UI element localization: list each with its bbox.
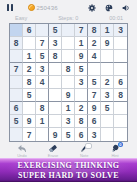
sudoku-cell-r1c1[interactable]	[10, 24, 23, 37]
sudoku-cell-r6c2[interactable]: 5	[23, 89, 36, 102]
sudoku-cell-r4c8[interactable]	[101, 63, 114, 76]
sudoku-cell-r9c2[interactable]: 7	[23, 128, 36, 141]
sudoku-cell-r5c2[interactable]: 8	[23, 76, 36, 89]
steps-label: Steps: 0	[58, 15, 78, 21]
sudoku-cell-r3c9[interactable]	[114, 50, 127, 63]
sudoku-cell-r5c8[interactable]: 2	[101, 76, 114, 89]
theme-palette-icon[interactable]	[105, 4, 113, 12]
sudoku-cell-r5c6[interactable]: 3	[75, 76, 88, 89]
sound-speaker-icon[interactable]	[122, 4, 130, 12]
sudoku-cell-r1c3[interactable]	[36, 24, 49, 37]
sudoku-cell-r1c7[interactable]: 8	[88, 24, 101, 37]
top-bar: 250436	[0, 0, 137, 13]
sudoku-grid: 6578138731291589472385843526597386812955…	[10, 24, 127, 141]
sudoku-cell-r3c5[interactable]	[62, 50, 75, 63]
sudoku-cell-r9c1[interactable]	[10, 128, 23, 141]
ad-text-line1: EXERCISING THINKING	[18, 161, 120, 171]
sudoku-cell-r9c8[interactable]	[101, 128, 114, 141]
sudoku-cell-r8c8[interactable]	[101, 115, 114, 128]
sudoku-cell-r4c2[interactable]: 2	[23, 63, 36, 76]
undo-button[interactable]: Undo	[17, 144, 27, 158]
sudoku-cell-r1c8[interactable]: 1	[101, 24, 114, 37]
sudoku-cell-r5c1[interactable]	[10, 76, 23, 89]
sudoku-cell-r8c5[interactable]: 3	[62, 115, 75, 128]
sudoku-cell-r2c3[interactable]: 7	[36, 37, 49, 50]
sudoku-cell-r7c8[interactable]: 5	[101, 102, 114, 115]
sudoku-cell-r5c7[interactable]: 5	[88, 76, 101, 89]
sudoku-cell-r7c9[interactable]	[114, 102, 127, 115]
sudoku-cell-r6c3[interactable]	[36, 89, 49, 102]
tools-bar: Undo Erase Note 0 Hint	[0, 142, 137, 159]
sudoku-cell-r7c5[interactable]: 1	[62, 102, 75, 115]
sudoku-cell-r8c4[interactable]	[49, 115, 62, 128]
sudoku-cell-r7c2[interactable]	[23, 102, 36, 115]
hint-badge: 0	[118, 142, 123, 147]
sudoku-cell-r9c3[interactable]	[36, 128, 49, 141]
sudoku-cell-r5c3[interactable]: 4	[36, 76, 49, 89]
ad-banner[interactable]: EXERCISING THINKING SUPER HARD TO SOLVE	[0, 158, 137, 182]
sudoku-cell-r6c4[interactable]	[49, 89, 62, 102]
sudoku-cell-r1c9[interactable]: 3	[114, 24, 127, 37]
sudoku-cell-r2c5[interactable]	[62, 37, 75, 50]
sudoku-cell-r4c3[interactable]: 3	[36, 63, 49, 76]
sudoku-cell-r1c6[interactable]: 7	[75, 24, 88, 37]
sudoku-cell-r5c9[interactable]: 6	[114, 76, 127, 89]
sudoku-cell-r9c7[interactable]: 3	[88, 128, 101, 141]
sudoku-cell-r4c6[interactable]: 5	[75, 63, 88, 76]
sudoku-cell-r4c5[interactable]: 8	[62, 63, 75, 76]
settings-gear-icon[interactable]	[88, 4, 96, 12]
sudoku-cell-r2c9[interactable]	[114, 37, 127, 50]
note-button[interactable]: Note	[79, 144, 89, 158]
sudoku-cell-r4c1[interactable]: 7	[10, 63, 23, 76]
sudoku-cell-r1c2[interactable]: 6	[23, 24, 36, 37]
ad-text-line2: SUPER HARD TO SOLVE	[18, 171, 119, 181]
sudoku-cell-r3c1[interactable]	[10, 50, 23, 63]
sudoku-cell-r4c4[interactable]	[49, 63, 62, 76]
sudoku-cell-r7c4[interactable]	[49, 102, 62, 115]
hint-button[interactable]: 0 Hint	[110, 144, 120, 158]
timer-label: 00:01	[109, 15, 123, 21]
sudoku-cell-r8c9[interactable]	[114, 115, 127, 128]
sudoku-cell-r6c8[interactable]: 3	[101, 89, 114, 102]
sudoku-cell-r9c5[interactable]: 5	[62, 128, 75, 141]
sudoku-cell-r3c6[interactable]: 9	[75, 50, 88, 63]
sudoku-cell-r7c7[interactable]: 9	[88, 102, 101, 115]
pause-button[interactable]	[7, 4, 13, 11]
sudoku-cell-r7c3[interactable]: 8	[36, 102, 49, 115]
sudoku-cell-r7c6[interactable]: 2	[75, 102, 88, 115]
sudoku-cell-r5c5[interactable]	[62, 76, 75, 89]
sudoku-cell-r3c8[interactable]	[101, 50, 114, 63]
sudoku-cell-r9c9[interactable]	[114, 128, 127, 141]
coin-counter[interactable]: 250436	[28, 4, 58, 11]
sudoku-cell-r6c7[interactable]: 7	[88, 89, 101, 102]
sudoku-cell-r1c4[interactable]: 5	[49, 24, 62, 37]
erase-button[interactable]: Erase	[48, 144, 58, 158]
difficulty-label: Easy	[15, 15, 27, 21]
sudoku-cell-r2c7[interactable]: 2	[88, 37, 101, 50]
sudoku-cell-r9c6[interactable]: 6	[75, 128, 88, 141]
coin-count: 250436	[37, 5, 58, 11]
sudoku-cell-r3c4[interactable]: 8	[49, 50, 62, 63]
sudoku-cell-r5c4[interactable]	[49, 76, 62, 89]
sudoku-cell-r9c4[interactable]: 9	[49, 128, 62, 141]
sudoku-cell-r8c2[interactable]: 9	[23, 115, 36, 128]
coin-icon	[28, 4, 35, 11]
sudoku-cell-r8c3[interactable]: 1	[36, 115, 49, 128]
sudoku-cell-r2c1[interactable]: 8	[10, 37, 23, 50]
info-bar: Easy Steps: 0 00:01	[0, 13, 137, 22]
sudoku-cell-r2c4[interactable]: 3	[49, 37, 62, 50]
sudoku-cell-r4c9[interactable]	[114, 63, 127, 76]
sudoku-cell-r6c9[interactable]: 8	[114, 89, 127, 102]
sudoku-cell-r8c7[interactable]: 6	[88, 115, 101, 128]
sudoku-board: 6578138731291589472385843526597386812955…	[9, 23, 128, 142]
sudoku-cell-r2c8[interactable]: 9	[101, 37, 114, 50]
sudoku-cell-r3c3[interactable]: 5	[36, 50, 49, 63]
sudoku-cell-r2c2[interactable]	[23, 37, 36, 50]
sudoku-cell-r8c1[interactable]: 5	[10, 115, 23, 128]
sudoku-cell-r6c6[interactable]	[75, 89, 88, 102]
sudoku-cell-r3c7[interactable]: 4	[88, 50, 101, 63]
sudoku-cell-r4c7[interactable]	[88, 63, 101, 76]
sudoku-cell-r7c1[interactable]: 6	[10, 102, 23, 115]
note-badge	[85, 143, 92, 149]
sudoku-cell-r6c5[interactable]: 9	[62, 89, 75, 102]
sudoku-cell-r3c2[interactable]: 1	[23, 50, 36, 63]
sudoku-cell-r1c5[interactable]	[62, 24, 75, 37]
sudoku-cell-r2c6[interactable]: 1	[75, 37, 88, 50]
sudoku-cell-r6c1[interactable]	[10, 89, 23, 102]
sudoku-cell-r8c6[interactable]: 8	[75, 115, 88, 128]
